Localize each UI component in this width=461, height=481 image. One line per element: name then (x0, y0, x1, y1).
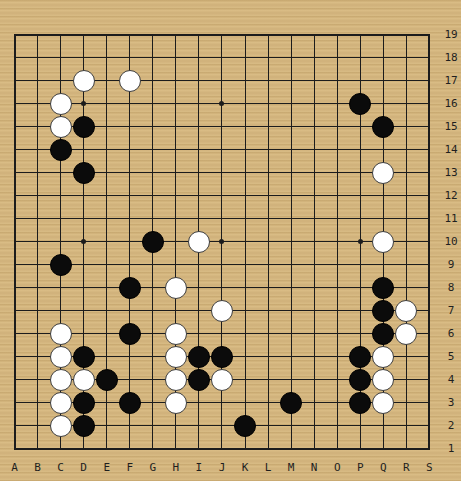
column-label: Q (375, 461, 391, 475)
white-stone (50, 392, 72, 414)
column-label: G (145, 461, 161, 475)
column-label: P (352, 461, 368, 475)
column-label: S (421, 461, 437, 475)
star-point (358, 239, 363, 244)
column-label: R (398, 461, 414, 475)
white-stone (50, 415, 72, 437)
grid-line-vertical (268, 34, 269, 450)
white-stone (372, 392, 394, 414)
column-label: J (214, 461, 230, 475)
black-stone (349, 369, 371, 391)
black-stone (372, 300, 394, 322)
black-stone (349, 93, 371, 115)
row-label: 18 (440, 51, 461, 65)
white-stone (211, 369, 233, 391)
grid-line-vertical (245, 34, 246, 450)
column-label: H (168, 461, 184, 475)
row-label: 16 (440, 97, 461, 111)
grid-line-horizontal (14, 264, 431, 265)
black-stone (96, 369, 118, 391)
white-stone (165, 346, 187, 368)
row-label: 10 (440, 235, 461, 249)
row-label: 5 (440, 350, 461, 364)
column-label: L (260, 461, 276, 475)
white-stone (73, 70, 95, 92)
black-stone (372, 277, 394, 299)
white-stone (372, 369, 394, 391)
black-stone (234, 415, 256, 437)
black-stone (119, 323, 141, 345)
row-label: 17 (440, 74, 461, 88)
column-label: B (30, 461, 46, 475)
black-stone (372, 323, 394, 345)
white-stone (211, 300, 233, 322)
row-label: 6 (440, 327, 461, 341)
column-label: O (329, 461, 345, 475)
grid-line-vertical (291, 34, 292, 450)
star-point (219, 101, 224, 106)
row-label: 19 (440, 28, 461, 42)
column-label: E (99, 461, 115, 475)
white-stone (50, 323, 72, 345)
white-stone (188, 231, 210, 253)
row-label: 4 (440, 373, 461, 387)
row-label: 3 (440, 396, 461, 410)
black-stone (211, 346, 233, 368)
grid-line-vertical (337, 34, 338, 450)
column-label: M (283, 461, 299, 475)
row-label: 11 (440, 212, 461, 226)
black-stone (188, 346, 210, 368)
go-board[interactable]: ABCDEFGHIJKLMNOPQRS191817161514131211109… (0, 0, 461, 481)
row-label: 13 (440, 166, 461, 180)
black-stone (73, 346, 95, 368)
column-label: K (237, 461, 253, 475)
white-stone (165, 277, 187, 299)
white-stone (395, 300, 417, 322)
black-stone (119, 392, 141, 414)
white-stone (50, 116, 72, 138)
black-stone (188, 369, 210, 391)
star-point (81, 239, 86, 244)
row-label: 14 (440, 143, 461, 157)
white-stone (50, 93, 72, 115)
black-stone (349, 392, 371, 414)
column-label: D (76, 461, 92, 475)
column-label: C (53, 461, 69, 475)
grid-line-vertical (406, 34, 407, 450)
star-point (81, 101, 86, 106)
white-stone (50, 369, 72, 391)
go-board-page: ABCDEFGHIJKLMNOPQRS191817161514131211109… (0, 0, 461, 481)
black-stone (372, 116, 394, 138)
row-label: 1 (440, 442, 461, 456)
black-stone (50, 254, 72, 276)
row-label: 2 (440, 419, 461, 433)
white-stone (165, 369, 187, 391)
white-stone (372, 162, 394, 184)
black-stone (73, 392, 95, 414)
black-stone (73, 415, 95, 437)
column-label: I (191, 461, 207, 475)
white-stone (372, 346, 394, 368)
row-label: 7 (440, 304, 461, 318)
black-stone (349, 346, 371, 368)
row-label: 15 (440, 120, 461, 134)
white-stone (165, 323, 187, 345)
column-label: N (306, 461, 322, 475)
black-stone (142, 231, 164, 253)
white-stone (119, 70, 141, 92)
grid-line-horizontal (14, 287, 431, 288)
star-point (219, 239, 224, 244)
white-stone (50, 346, 72, 368)
white-stone (165, 392, 187, 414)
row-label: 9 (440, 258, 461, 272)
black-stone (280, 392, 302, 414)
row-label: 8 (440, 281, 461, 295)
grid-line-vertical (314, 34, 315, 450)
grid-line-vertical (428, 34, 430, 450)
grid-line-horizontal (14, 333, 431, 334)
black-stone (73, 116, 95, 138)
black-stone (50, 139, 72, 161)
white-stone (372, 231, 394, 253)
black-stone (73, 162, 95, 184)
white-stone (395, 323, 417, 345)
grid-line-horizontal (14, 448, 431, 450)
column-label: F (122, 461, 138, 475)
column-label: A (7, 461, 23, 475)
white-stone (73, 369, 95, 391)
row-label: 12 (440, 189, 461, 203)
black-stone (119, 277, 141, 299)
